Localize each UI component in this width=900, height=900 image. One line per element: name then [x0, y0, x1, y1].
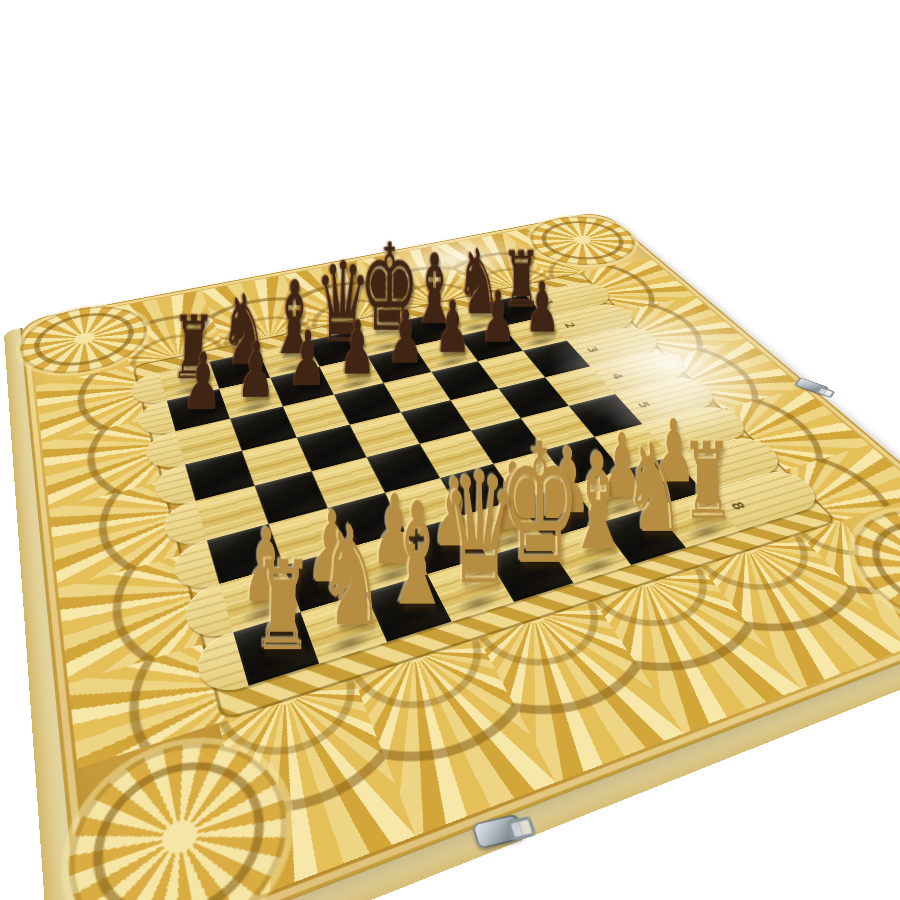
dark-pawn-glyph: ♟	[480, 282, 516, 353]
dark-pawn-glyph: ♟	[182, 343, 223, 422]
light-knight-glyph: ♞	[623, 429, 685, 552]
chess-box: ♜♞♝♛♚♝♞♜1♟♟♟♟♟♟♟♟23456♟♟♟♟♟♟♟♟7♜♞♝♛♚♝♞♜8	[20, 211, 900, 900]
carved-frame: ♜♞♝♛♚♝♞♜1♟♟♟♟♟♟♟♟23456♟♟♟♟♟♟♟♟7♜♞♝♛♚♝♞♜8	[20, 211, 900, 900]
dark-pawn-glyph: ♟	[525, 273, 561, 343]
board-rows: ♜♞♝♛♚♝♞♜1♟♟♟♟♟♟♟♟23456♟♟♟♟♟♟♟♟7♜♞♝♛♚♝♞♜8	[128, 280, 828, 700]
light-rook-glyph: ♜	[681, 429, 735, 535]
light-queen-glyph: ♛	[442, 452, 518, 606]
dark-pawn-glyph: ♟	[339, 311, 377, 386]
scene: ♜♞♝♛♚♝♞♜1♟♟♟♟♟♟♟♟23456♟♟♟♟♟♟♟♟7♜♞♝♛♚♝♞♜8	[0, 0, 900, 900]
light-knight-glyph: ♞	[318, 510, 386, 647]
square-d4	[350, 412, 420, 457]
rank-label-2: 2	[558, 320, 580, 332]
dark-pawn-glyph: ♟	[236, 332, 276, 409]
dark-pawn-glyph: ♟	[387, 301, 424, 375]
light-bishop-glyph: ♝	[382, 484, 452, 626]
rank-label-4: 4	[605, 370, 629, 383]
dark-pawn-glyph: ♟	[288, 321, 327, 397]
light-rook-glyph: ♜	[252, 545, 314, 669]
dark-pawn-glyph: ♟	[435, 291, 471, 363]
